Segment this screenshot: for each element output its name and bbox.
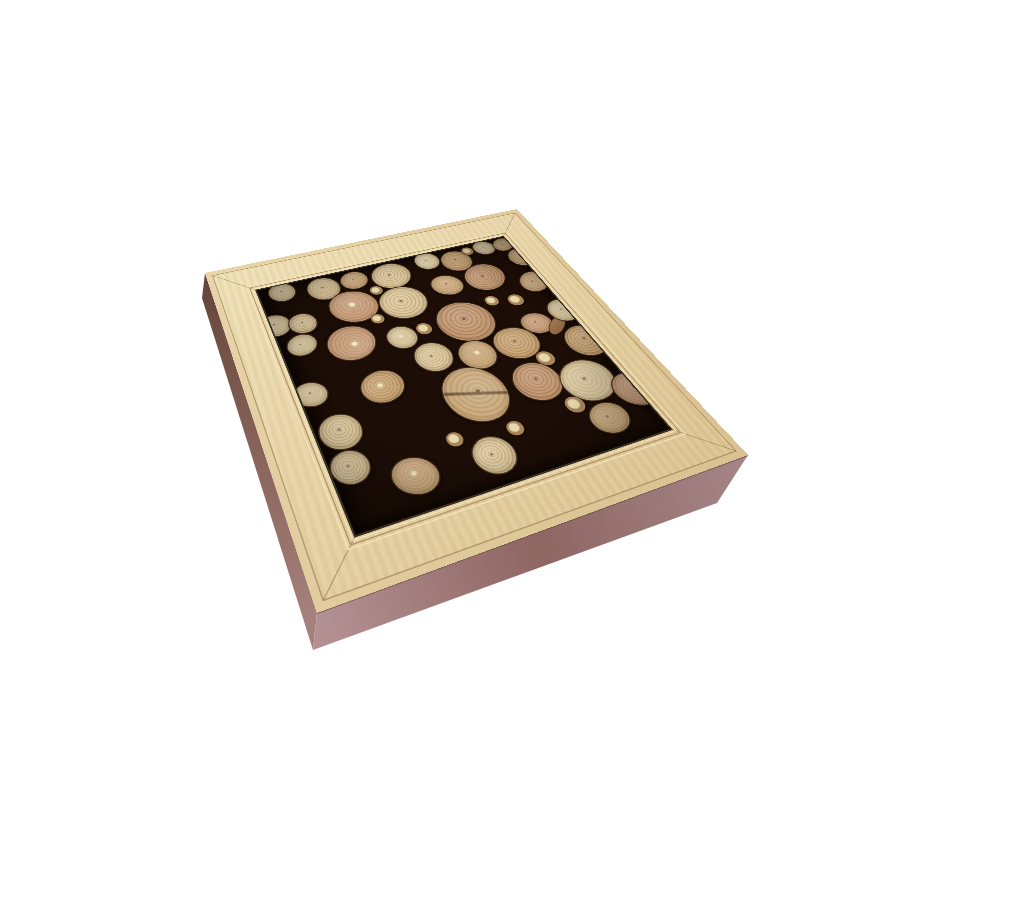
wood-slice [351,363,414,411]
product-photo [0,0,1012,900]
wood-slice [368,312,387,325]
wood-slice [442,430,467,449]
wood-slice [288,313,318,334]
wood-slice [502,419,528,439]
wood-slice [511,359,564,404]
wood-slice [434,301,500,343]
wood-slice [280,330,324,362]
wood-slice [504,292,528,307]
wood-slice [481,294,502,307]
wood-slice [316,319,386,369]
wood-slice [429,274,465,295]
wood-slice [462,428,526,483]
wood-slice [389,457,442,496]
wood-slice [316,412,367,453]
